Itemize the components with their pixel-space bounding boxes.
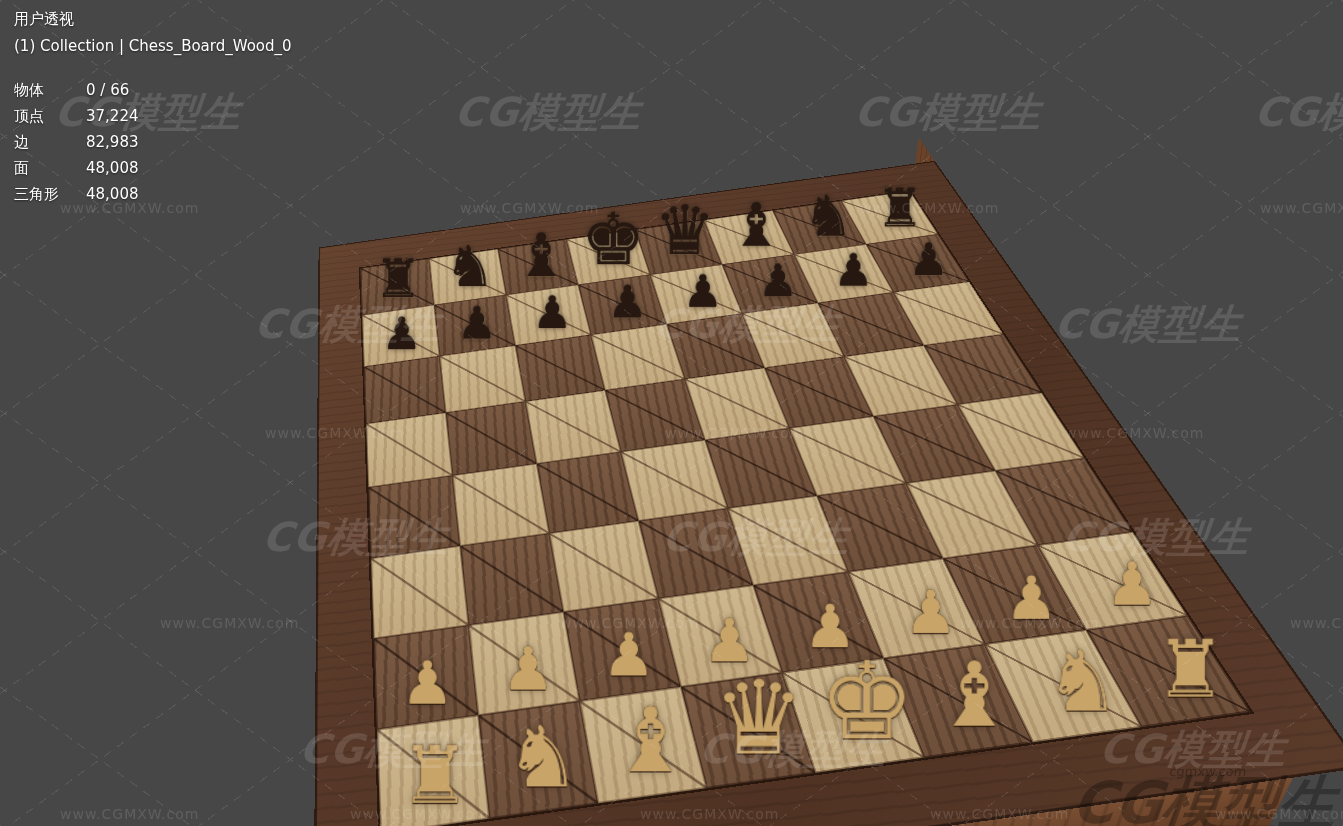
- black-pawn: ♟: [833, 248, 873, 293]
- stat-value: 48,008: [86, 155, 139, 181]
- square-h1: ♜: [377, 715, 489, 826]
- white-rook: ♜: [399, 736, 470, 816]
- viewport-hud: 用户透视 (1) Collection | Chess_Board_Wood_0…: [14, 10, 292, 207]
- white-pawn: ♟: [1105, 555, 1159, 615]
- stat-label: 面: [14, 155, 86, 181]
- white-bishop: ♝: [934, 650, 1014, 740]
- black-queen: ♛: [654, 197, 715, 265]
- square-d3: [728, 496, 848, 585]
- stat-label: 三角形: [14, 181, 86, 207]
- scene-stats: 物体 0 / 66 顶点 37,224 边 82,983 面 48,008 三角…: [14, 77, 139, 207]
- stat-row-edges: 边 82,983: [14, 129, 139, 155]
- square-f7: ♟: [506, 285, 591, 346]
- black-rook: ♜: [374, 253, 421, 306]
- square-g4: [452, 464, 549, 546]
- stat-row-triangles: 三角形 48,008: [14, 181, 139, 207]
- white-pawn: ♟: [400, 654, 454, 714]
- stat-value: 0 / 66: [86, 77, 139, 103]
- breadcrumb: (1) Collection | Chess_Board_Wood_0: [14, 37, 292, 55]
- stat-label: 物体: [14, 77, 86, 103]
- square-h2: ♟: [374, 625, 479, 729]
- square-f4: [537, 452, 639, 534]
- chess-scene[interactable]: ♜♞♝♚♛♝♞♜♟♟♟♟♟♟♟♟♟♟♟♟♟♟♟♟♜♞♝♛♚♝♞♜: [110, 0, 1343, 826]
- white-rook: ♜: [1154, 630, 1225, 710]
- white-pawn: ♟: [602, 625, 656, 685]
- stat-row-faces: 面 48,008: [14, 155, 139, 181]
- black-pawn: ♟: [908, 238, 948, 283]
- square-g1: ♞: [478, 701, 598, 818]
- black-rook: ♜: [876, 182, 923, 235]
- chess-board: ♜♞♝♚♛♝♞♜♟♟♟♟♟♟♟♟♟♟♟♟♟♟♟♟♜♞♝♛♚♝♞♜: [360, 191, 1250, 826]
- black-pawn: ♟: [683, 269, 723, 314]
- square-d5: [685, 368, 789, 440]
- square-f1: ♝: [580, 687, 707, 803]
- square-g5: [446, 401, 537, 475]
- black-pawn: ♟: [532, 290, 572, 335]
- stat-row-objects: 物体 0 / 66: [14, 77, 139, 103]
- view-name: 用户透视: [14, 10, 292, 28]
- white-bishop: ♝: [610, 696, 690, 786]
- square-h3: [371, 546, 469, 639]
- black-pawn: ♟: [457, 301, 497, 346]
- 3d-viewport[interactable]: ♜♞♝♚♛♝♞♜♟♟♟♟♟♟♟♟♟♟♟♟♟♟♟♟♜♞♝♛♚♝♞♜ cgmxw.c…: [0, 0, 1343, 826]
- black-knight: ♞: [803, 189, 853, 245]
- square-e5: [605, 379, 705, 452]
- stat-value: 37,224: [86, 103, 139, 129]
- stat-row-vertices: 顶点 37,224: [14, 103, 139, 129]
- square-d4: [705, 428, 817, 508]
- black-knight: ♞: [444, 239, 494, 295]
- white-pawn: ♟: [1004, 569, 1058, 629]
- black-pawn: ♟: [607, 280, 647, 325]
- white-king: ♚: [818, 647, 915, 755]
- white-knight: ♞: [1044, 640, 1120, 725]
- stat-label: 边: [14, 129, 86, 155]
- black-pawn: ♟: [758, 259, 798, 304]
- stat-value: 48,008: [86, 181, 139, 207]
- square-g2: ♟: [469, 612, 580, 715]
- square-h5: [366, 413, 452, 488]
- white-queen: ♛: [712, 668, 804, 771]
- white-pawn: ♟: [501, 639, 555, 699]
- white-pawn: ♟: [904, 583, 958, 643]
- white-knight: ♞: [504, 716, 580, 801]
- black-pawn: ♟: [381, 312, 421, 357]
- square-h7: ♟: [362, 305, 439, 367]
- stat-value: 82,983: [86, 129, 139, 155]
- stat-label: 顶点: [14, 103, 86, 129]
- black-bishop: ♝: [729, 196, 782, 256]
- square-f5: [525, 390, 620, 463]
- square-h4: [368, 475, 460, 558]
- black-king: ♚: [581, 204, 645, 276]
- black-bishop: ♝: [514, 226, 567, 286]
